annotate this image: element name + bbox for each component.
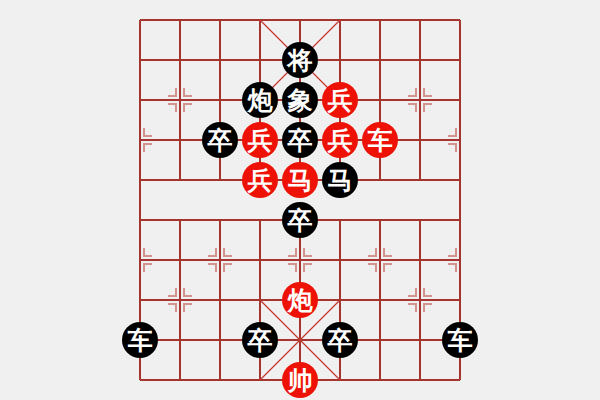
piece-red-horse[interactable]: 马 xyxy=(282,162,318,198)
piece-black-soldier[interactable]: 卒 xyxy=(282,202,318,238)
piece-black-elephant[interactable]: 象 xyxy=(282,82,318,118)
piece-black-soldier[interactable]: 卒 xyxy=(242,322,278,358)
piece-black-soldier[interactable]: 卒 xyxy=(202,122,238,158)
piece-red-cannon[interactable]: 炮 xyxy=(282,282,318,318)
piece-black-soldier[interactable]: 卒 xyxy=(282,122,318,158)
piece-red-chariot[interactable]: 车 xyxy=(362,122,398,158)
piece-red-soldier[interactable]: 兵 xyxy=(242,162,278,198)
piece-black-chariot[interactable]: 车 xyxy=(442,322,478,358)
piece-black-general[interactable]: 将 xyxy=(282,42,318,78)
piece-black-chariot[interactable]: 车 xyxy=(122,322,158,358)
piece-red-general[interactable]: 帅 xyxy=(282,362,318,398)
piece-black-cannon[interactable]: 炮 xyxy=(242,82,278,118)
xiangqi-board-area[interactable]: 将炮象卒卒马卒车卒卒车兵兵兵车兵马炮帅 xyxy=(0,0,600,400)
piece-black-soldier[interactable]: 卒 xyxy=(322,322,358,358)
piece-red-soldier[interactable]: 兵 xyxy=(322,82,358,118)
piece-red-soldier[interactable]: 兵 xyxy=(242,122,278,158)
piece-layer: 将炮象卒卒马卒车卒卒车兵兵兵车兵马炮帅 xyxy=(120,0,480,400)
piece-red-soldier[interactable]: 兵 xyxy=(322,122,358,158)
piece-black-horse[interactable]: 马 xyxy=(322,162,358,198)
